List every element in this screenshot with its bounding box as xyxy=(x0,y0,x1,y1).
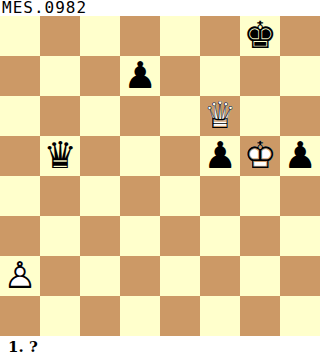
square-a4[interactable] xyxy=(0,176,40,216)
square-f8[interactable] xyxy=(200,16,240,56)
square-c8[interactable] xyxy=(80,16,120,56)
square-a1[interactable] xyxy=(0,296,40,336)
square-h5[interactable]: ♟ xyxy=(280,136,320,176)
square-f4[interactable] xyxy=(200,176,240,216)
square-c5[interactable] xyxy=(80,136,120,176)
square-f3[interactable] xyxy=(200,216,240,256)
square-h3[interactable] xyxy=(280,216,320,256)
square-g2[interactable] xyxy=(240,256,280,296)
square-e6[interactable] xyxy=(160,96,200,136)
square-g7[interactable] xyxy=(240,56,280,96)
black-pawn-piece: ♟ xyxy=(120,56,160,96)
square-c3[interactable] xyxy=(80,216,120,256)
square-a3[interactable] xyxy=(0,216,40,256)
white-queen-piece: ♕ xyxy=(200,96,240,136)
square-d5[interactable] xyxy=(120,136,160,176)
square-d8[interactable] xyxy=(120,16,160,56)
square-c2[interactable] xyxy=(80,256,120,296)
square-g8[interactable]: ♚ xyxy=(240,16,280,56)
square-g5[interactable]: ♚♔ xyxy=(240,136,280,176)
square-e2[interactable] xyxy=(160,256,200,296)
square-d6[interactable] xyxy=(120,96,160,136)
square-d3[interactable] xyxy=(120,216,160,256)
square-b5[interactable]: ♛ xyxy=(40,136,80,176)
square-f7[interactable] xyxy=(200,56,240,96)
white-queen-fill: ♛ xyxy=(200,96,240,136)
square-b1[interactable] xyxy=(40,296,80,336)
square-h6[interactable] xyxy=(280,96,320,136)
square-c7[interactable] xyxy=(80,56,120,96)
chess-board: ♚♟♛♕♛♟♚♔♟♟♙ xyxy=(0,16,320,336)
white-pawn-fill: ♟ xyxy=(0,256,40,296)
square-a6[interactable] xyxy=(0,96,40,136)
square-g1[interactable] xyxy=(240,296,280,336)
white-king-fill: ♚ xyxy=(240,136,280,176)
puzzle-id-label: MES.0982 xyxy=(0,0,320,16)
square-c4[interactable] xyxy=(80,176,120,216)
square-h4[interactable] xyxy=(280,176,320,216)
move-prompt-label: 1. ? xyxy=(0,336,320,360)
square-h1[interactable] xyxy=(280,296,320,336)
square-d4[interactable] xyxy=(120,176,160,216)
black-queen-piece: ♛ xyxy=(40,136,80,176)
square-f1[interactable] xyxy=(200,296,240,336)
square-e5[interactable] xyxy=(160,136,200,176)
square-c1[interactable] xyxy=(80,296,120,336)
square-d7[interactable]: ♟ xyxy=(120,56,160,96)
square-g6[interactable] xyxy=(240,96,280,136)
square-b2[interactable] xyxy=(40,256,80,296)
black-pawn-piece: ♟ xyxy=(200,136,240,176)
square-b4[interactable] xyxy=(40,176,80,216)
square-h7[interactable] xyxy=(280,56,320,96)
square-e3[interactable] xyxy=(160,216,200,256)
white-king-piece: ♔ xyxy=(240,136,280,176)
square-b3[interactable] xyxy=(40,216,80,256)
square-f2[interactable] xyxy=(200,256,240,296)
black-king-piece: ♚ xyxy=(240,16,280,56)
square-a5[interactable] xyxy=(0,136,40,176)
square-e4[interactable] xyxy=(160,176,200,216)
square-d1[interactable] xyxy=(120,296,160,336)
square-d2[interactable] xyxy=(120,256,160,296)
square-b7[interactable] xyxy=(40,56,80,96)
square-e7[interactable] xyxy=(160,56,200,96)
white-pawn-piece: ♙ xyxy=(0,256,40,296)
black-pawn-piece: ♟ xyxy=(280,136,320,176)
square-a7[interactable] xyxy=(0,56,40,96)
square-b8[interactable] xyxy=(40,16,80,56)
square-c6[interactable] xyxy=(80,96,120,136)
square-h8[interactable] xyxy=(280,16,320,56)
square-g3[interactable] xyxy=(240,216,280,256)
square-a8[interactable] xyxy=(0,16,40,56)
square-b6[interactable] xyxy=(40,96,80,136)
square-g4[interactable] xyxy=(240,176,280,216)
square-a2[interactable]: ♟♙ xyxy=(0,256,40,296)
square-e8[interactable] xyxy=(160,16,200,56)
square-e1[interactable] xyxy=(160,296,200,336)
square-f6[interactable]: ♛♕ xyxy=(200,96,240,136)
square-h2[interactable] xyxy=(280,256,320,296)
square-f5[interactable]: ♟ xyxy=(200,136,240,176)
